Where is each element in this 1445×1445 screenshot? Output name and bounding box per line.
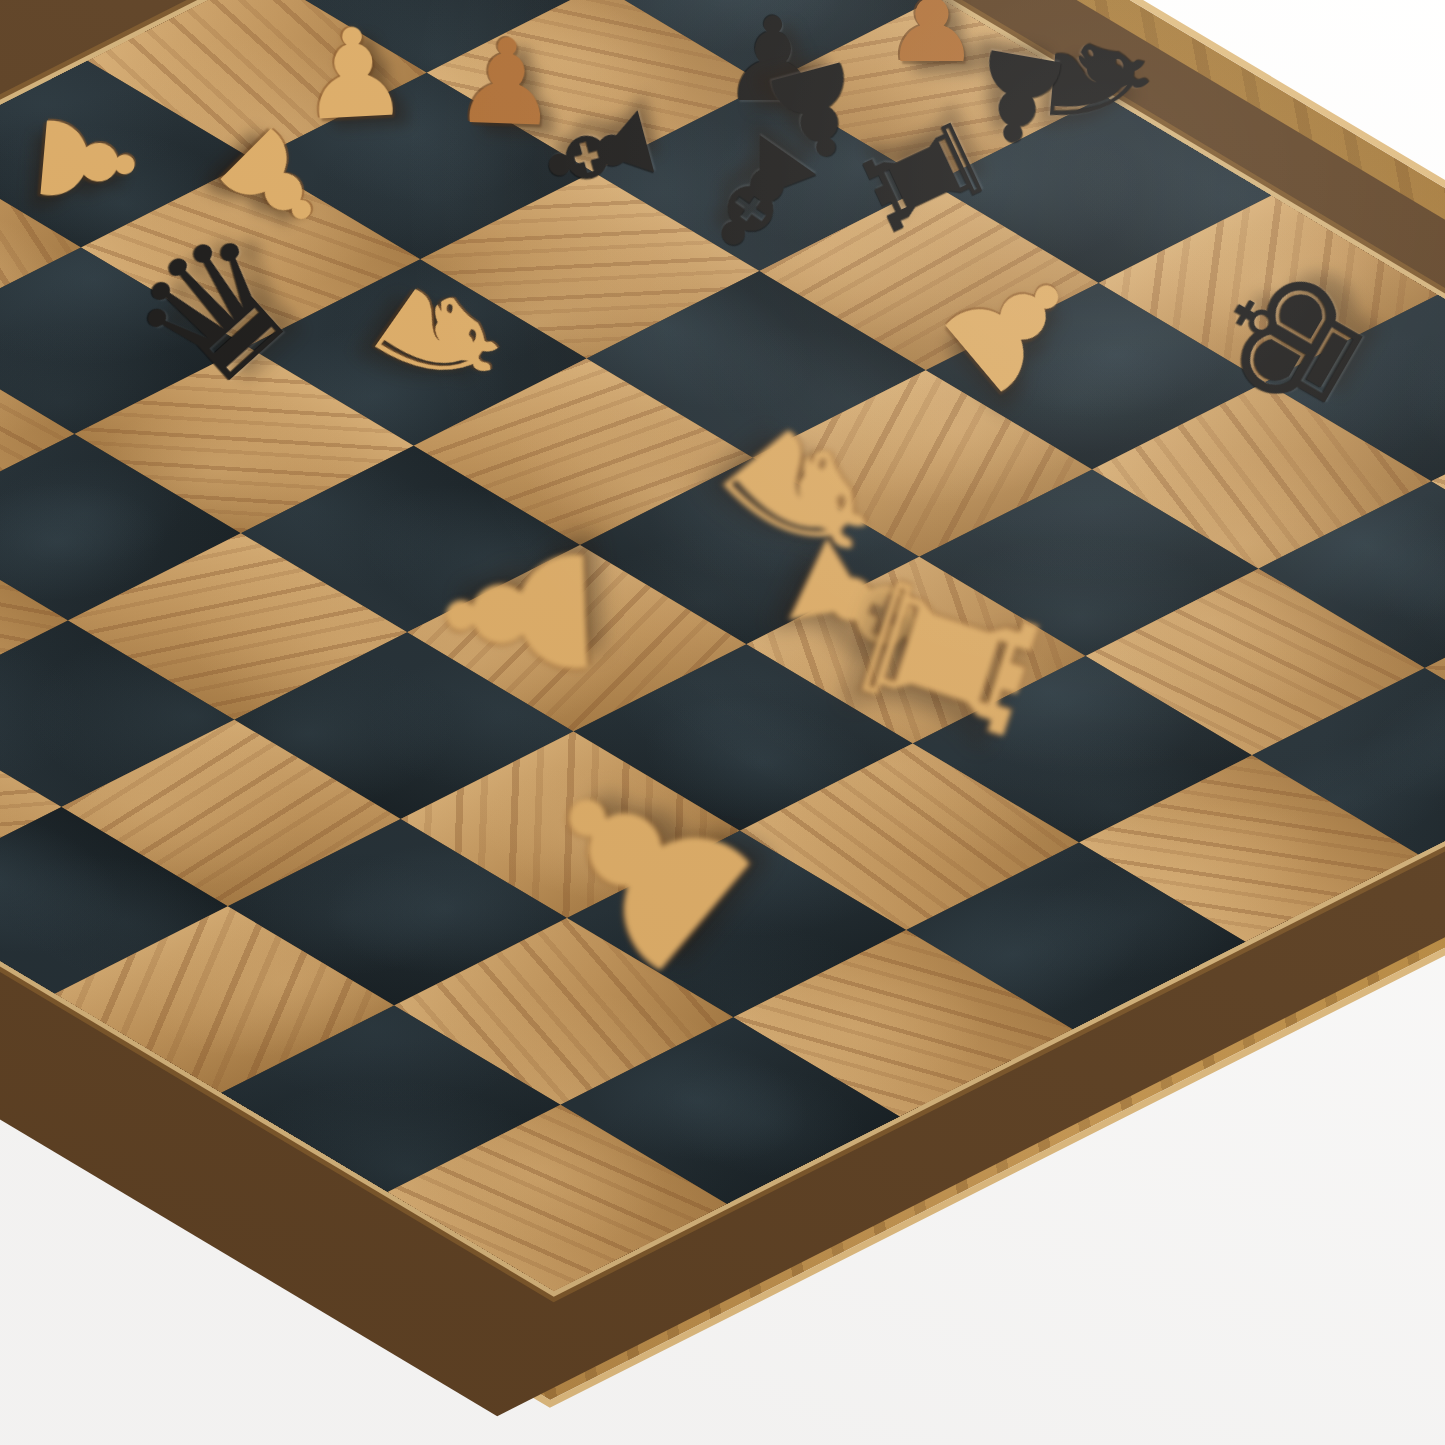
light-pawn-fallen[interactable]: ♟ [20, 100, 154, 223]
light-pawn-fallen[interactable]: ♟ [422, 525, 619, 703]
light-pawn-standing[interactable]: ♟ [884, 0, 980, 78]
chess-board-photo: Handmade olive wood chess board with bla… [0, 0, 1445, 1445]
light-pawn-standing[interactable]: ♟ [296, 10, 413, 139]
